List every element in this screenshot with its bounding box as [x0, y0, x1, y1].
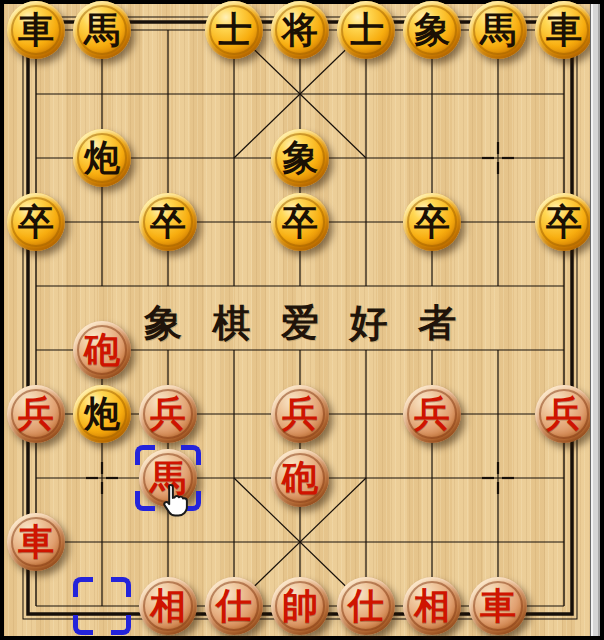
piece-character: 兵 — [150, 395, 186, 431]
piece-character: 仕 — [348, 587, 384, 623]
river-character: 爱 — [281, 298, 319, 349]
piece-character: 卒 — [18, 203, 54, 239]
piece-red-c-e7[interactable]: 砲 — [271, 449, 329, 507]
piece-black-c-b6[interactable]: 炮 — [73, 385, 131, 443]
piece-red-a-d9[interactable]: 仕 — [205, 577, 263, 635]
piece-red-b-c9[interactable]: 相 — [139, 577, 197, 635]
piece-character: 象 — [414, 11, 450, 47]
xiangqi-board[interactable]: 象棋爱好者 車馬士将士象馬車炮象卒卒卒卒卒砲兵炮兵兵兵兵馬砲車相仕帥仕相車 — [4, 4, 590, 636]
piece-character: 兵 — [546, 395, 582, 431]
piece-character: 将 — [282, 11, 318, 47]
piece-black-a-d0[interactable]: 士 — [205, 1, 263, 59]
piece-red-r-a8[interactable]: 車 — [7, 513, 65, 571]
piece-character: 卒 — [414, 203, 450, 239]
piece-red-p-a6[interactable]: 兵 — [7, 385, 65, 443]
piece-character: 馬 — [480, 11, 516, 47]
piece-character: 士 — [216, 11, 252, 47]
piece-black-a-f0[interactable]: 士 — [337, 1, 395, 59]
piece-character: 車 — [18, 523, 54, 559]
piece-character: 卒 — [282, 203, 318, 239]
piece-red-r-h9[interactable]: 車 — [469, 577, 527, 635]
piece-character: 相 — [414, 587, 450, 623]
piece-black-r-i0[interactable]: 車 — [535, 1, 593, 59]
piece-character: 炮 — [84, 395, 120, 431]
hand-cursor-icon — [158, 482, 192, 522]
piece-character: 卒 — [546, 203, 582, 239]
piece-black-b-e2[interactable]: 象 — [271, 129, 329, 187]
river-inscription: 象棋爱好者 — [144, 298, 456, 349]
piece-character: 炮 — [84, 139, 120, 175]
piece-black-r-a0[interactable]: 車 — [7, 1, 65, 59]
piece-character: 車 — [480, 587, 516, 623]
piece-red-b-g9[interactable]: 相 — [403, 577, 461, 635]
river-character: 者 — [418, 298, 456, 349]
piece-character: 相 — [150, 587, 186, 623]
piece-black-c-b2[interactable]: 炮 — [73, 129, 131, 187]
window-edge-strip — [590, 4, 600, 636]
piece-black-b-g0[interactable]: 象 — [403, 1, 461, 59]
piece-red-k-e9[interactable]: 帥 — [271, 577, 329, 635]
piece-red-p-e6[interactable]: 兵 — [271, 385, 329, 443]
piece-character: 車 — [546, 11, 582, 47]
piece-red-p-i6[interactable]: 兵 — [535, 385, 593, 443]
piece-character: 車 — [18, 11, 54, 47]
piece-character: 象 — [282, 139, 318, 175]
river-character: 棋 — [213, 298, 251, 349]
river-character: 好 — [350, 298, 388, 349]
piece-red-c-b5[interactable]: 砲 — [73, 321, 131, 379]
piece-character: 砲 — [84, 331, 120, 367]
piece-character: 兵 — [414, 395, 450, 431]
piece-red-a-f9[interactable]: 仕 — [337, 577, 395, 635]
piece-character: 卒 — [150, 203, 186, 239]
piece-character: 砲 — [282, 459, 318, 495]
piece-black-p-g3[interactable]: 卒 — [403, 193, 461, 251]
piece-character: 帥 — [282, 587, 318, 623]
piece-black-p-c3[interactable]: 卒 — [139, 193, 197, 251]
piece-black-p-i3[interactable]: 卒 — [535, 193, 593, 251]
piece-character: 兵 — [282, 395, 318, 431]
piece-character: 馬 — [84, 11, 120, 47]
piece-character: 士 — [348, 11, 384, 47]
piece-black-k-e0[interactable]: 将 — [271, 1, 329, 59]
piece-red-p-g6[interactable]: 兵 — [403, 385, 461, 443]
piece-black-n-h0[interactable]: 馬 — [469, 1, 527, 59]
piece-character: 仕 — [216, 587, 252, 623]
piece-character: 兵 — [18, 395, 54, 431]
piece-red-p-c6[interactable]: 兵 — [139, 385, 197, 443]
xiangqi-app-window: 象棋爱好者 車馬士将士象馬車炮象卒卒卒卒卒砲兵炮兵兵兵兵馬砲車相仕帥仕相車 — [0, 0, 604, 640]
river-character: 象 — [144, 298, 182, 349]
piece-black-p-a3[interactable]: 卒 — [7, 193, 65, 251]
piece-black-p-e3[interactable]: 卒 — [271, 193, 329, 251]
piece-black-n-b0[interactable]: 馬 — [73, 1, 131, 59]
